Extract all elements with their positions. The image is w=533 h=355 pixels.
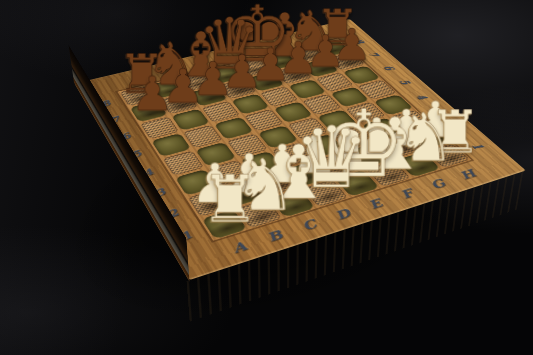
scene: ♜♞♝♛♚♝♞♜♟♟♟♟♟♟♟♟♟♟♟♟♟♟♟♟♜♞♝♛♚♝♞♜ ABCDEFG… xyxy=(0,0,533,355)
file-label-a: A xyxy=(230,240,250,255)
rank-label-right-5: 5 xyxy=(397,79,412,86)
square-a1[interactable]: ♜ xyxy=(201,209,247,239)
chess-board: ♜♞♝♛♚♝♞♜♟♟♟♟♟♟♟♟♟♟♟♟♟♟♟♟♜♞♝♛♚♝♞♜ ABCDEFG… xyxy=(75,19,526,280)
piece-black-pawn-a7[interactable]: ♟ xyxy=(102,69,201,116)
board-frame: ♜♞♝♛♚♝♞♜♟♟♟♟♟♟♟♟♟♟♟♟♟♟♟♟♜♞♝♛♚♝♞♜ ABCDEFG… xyxy=(75,19,526,280)
piece-white-rook-a1[interactable]: ♜ xyxy=(171,167,288,232)
square-a6[interactable] xyxy=(140,116,179,139)
square-b5[interactable] xyxy=(182,125,222,148)
photo-background-fabric: ♜♞♝♛♚♝♞♜♟♟♟♟♟♟♟♟♟♟♟♟♟♟♟♟♜♞♝♛♚♝♞♜ ABCDEFG… xyxy=(0,0,533,355)
